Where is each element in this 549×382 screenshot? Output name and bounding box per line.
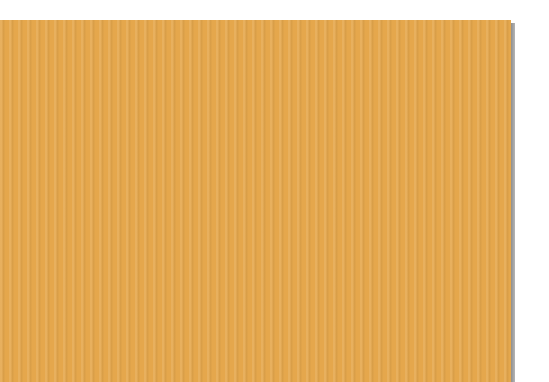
column-label-strip — [0, 0, 549, 20]
go-board — [0, 20, 511, 382]
go-board-screenshot — [0, 0, 549, 382]
board-edge-shadow — [511, 23, 515, 382]
row-label-strip — [515, 0, 549, 382]
